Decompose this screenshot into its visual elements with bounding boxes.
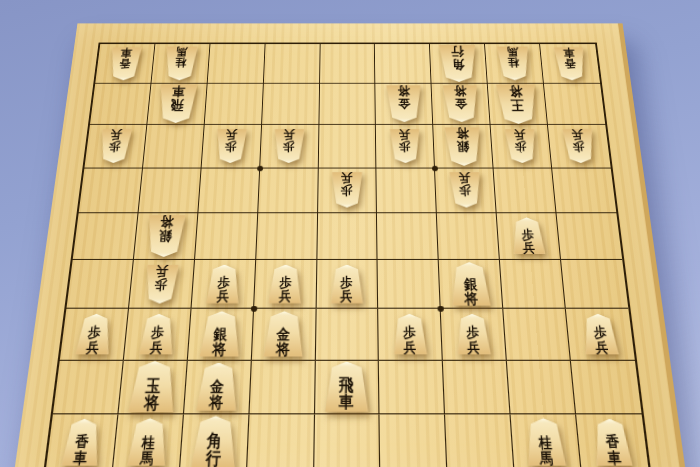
piece-kanji: 歩 (151, 326, 165, 340)
shogi-piece-lance-sente[interactable]: 香車 (60, 419, 104, 466)
square-2g[interactable] (504, 309, 571, 360)
square-6a[interactable] (263, 44, 320, 84)
piece-kanji: 桂 (538, 435, 553, 450)
shogi-piece-pawn-sente[interactable]: 歩兵 (267, 265, 303, 304)
square-4c[interactable]: 歩兵 (376, 125, 435, 168)
piece-kanji: 歩 (593, 326, 607, 340)
square-6g[interactable]: 金将 (251, 309, 316, 360)
piece-kanji: 王 (510, 97, 524, 110)
shogi-piece-pawn-sente[interactable]: 歩兵 (510, 218, 547, 255)
square-7f[interactable]: 歩兵 (191, 260, 256, 309)
piece-kanji: 兵 (216, 290, 229, 304)
piece-face: 歩兵 (454, 314, 492, 354)
shogi-piece-pawn-sente[interactable]: 歩兵 (205, 265, 242, 304)
shogi-piece-pawn-gote[interactable]: 歩兵 (214, 129, 249, 163)
square-1c[interactable]: 歩兵 (548, 125, 611, 168)
piece-kanji: 角 (452, 57, 465, 70)
square-5i[interactable] (314, 414, 381, 467)
piece-face: 歩兵 (448, 172, 483, 207)
square-6c[interactable]: 歩兵 (260, 125, 319, 168)
piece-kanji: 兵 (284, 129, 296, 141)
piece-kanji: 車 (171, 85, 185, 98)
piece-kanji: 歩 (225, 141, 237, 153)
square-2c[interactable]: 歩兵 (491, 125, 552, 168)
piece-kanji: 将 (509, 84, 523, 97)
piece-kanji: 香 (119, 58, 131, 69)
piece-kanji: 将 (464, 291, 478, 306)
square-6h[interactable] (249, 360, 315, 414)
piece-kanji: 兵 (156, 265, 169, 278)
square-4a[interactable] (375, 44, 432, 84)
square-7c[interactable]: 歩兵 (201, 125, 261, 168)
shogi-piece-silver-gote[interactable]: 銀将 (144, 215, 188, 257)
square-4g[interactable]: 歩兵 (379, 309, 444, 360)
square-5f[interactable]: 歩兵 (316, 260, 378, 309)
square-5c[interactable] (318, 125, 376, 168)
piece-face: 歩兵 (392, 314, 429, 354)
shogi-piece-pawn-gote[interactable]: 歩兵 (503, 129, 539, 163)
square-8e[interactable]: 銀将 (134, 213, 198, 260)
square-8c[interactable] (143, 125, 205, 168)
shogi-board-photo: 香車桂馬角行桂馬香車飛車金将金将王将歩兵歩兵歩兵歩兵銀将歩兵歩兵歩兵歩兵銀将歩兵… (8, 23, 692, 467)
piece-kanji: 兵 (404, 340, 417, 354)
piece-face: 歩兵 (330, 172, 364, 207)
square-7b[interactable] (204, 84, 263, 125)
square-4e[interactable] (377, 213, 439, 260)
piece-face: 銀将 (144, 215, 188, 257)
shogi-piece-silver-sente[interactable]: 銀将 (198, 311, 243, 357)
shogi-piece-gold-sente[interactable]: 金将 (262, 311, 306, 357)
piece-face: 歩兵 (510, 218, 547, 255)
square-9i[interactable]: 香車 (46, 414, 119, 467)
piece-face: 歩兵 (97, 129, 134, 163)
piece-kanji: 歩 (87, 326, 101, 340)
piece-kanji: 香 (564, 58, 576, 69)
piece-kanji: 車 (606, 450, 621, 466)
shogi-piece-pawn-sente[interactable]: 歩兵 (74, 314, 114, 354)
square-3e[interactable] (437, 213, 500, 260)
shogi-piece-king-sente[interactable]: 玉将 (126, 361, 179, 412)
piece-face: 飛車 (323, 362, 370, 412)
square-9d[interactable] (79, 168, 143, 213)
piece-kanji: 兵 (110, 129, 123, 141)
square-4b[interactable]: 金将 (376, 84, 434, 125)
square-5d[interactable]: 歩兵 (318, 168, 378, 213)
square-3b[interactable]: 金将 (432, 84, 491, 125)
piece-face: 銀将 (449, 262, 493, 306)
square-7d[interactable] (198, 168, 260, 213)
shogi-piece-gold-sente[interactable]: 金将 (194, 363, 240, 411)
piece-face: 金将 (194, 363, 240, 411)
piece-kanji: 将 (209, 394, 224, 410)
piece-kanji: 将 (276, 342, 290, 357)
piece-kanji: 兵 (149, 340, 163, 354)
piece-kanji: 兵 (226, 129, 238, 141)
square-2e[interactable]: 歩兵 (497, 213, 561, 260)
hoshi-dot (432, 165, 438, 170)
piece-face: 金将 (262, 311, 306, 357)
square-5g[interactable] (315, 309, 379, 360)
piece-face: 香車 (60, 419, 104, 466)
square-5b[interactable] (319, 84, 376, 125)
piece-kanji: 歩 (341, 185, 353, 197)
shogi-piece-pawn-sente[interactable]: 歩兵 (329, 265, 364, 304)
square-3f[interactable]: 銀将 (439, 260, 503, 309)
piece-kanji: 銀 (463, 277, 477, 291)
square-1a[interactable]: 香車 (540, 44, 600, 84)
piece-kanji: 銀 (213, 326, 227, 341)
piece-face: 歩兵 (205, 265, 242, 304)
piece-kanji: 歩 (341, 276, 353, 289)
square-8d[interactable] (138, 168, 201, 213)
piece-face: 歩兵 (214, 129, 249, 163)
square-4h[interactable] (379, 360, 445, 414)
piece-kanji: 兵 (467, 340, 480, 354)
shogi-piece-knight-sente[interactable]: 桂馬 (523, 418, 568, 466)
piece-face: 金将 (441, 86, 481, 123)
square-2f[interactable] (500, 260, 566, 309)
piece-kanji: 車 (120, 47, 132, 58)
piece-face: 歩兵 (138, 314, 177, 354)
hoshi-dot (438, 306, 445, 312)
piece-kanji: 将 (143, 395, 159, 412)
piece-kanji: 香 (605, 434, 620, 449)
square-4i[interactable] (380, 414, 448, 467)
piece-face: 歩兵 (142, 265, 180, 304)
piece-kanji: 歩 (403, 326, 416, 340)
piece-kanji: 兵 (341, 290, 353, 304)
shogi-piece-pawn-sente[interactable]: 歩兵 (580, 314, 620, 354)
square-3d[interactable]: 歩兵 (435, 168, 497, 213)
shogi-piece-rook-sente[interactable]: 飛車 (323, 362, 370, 412)
shogi-piece-pawn-sente[interactable]: 歩兵 (392, 314, 429, 354)
shogi-piece-silver-gote[interactable]: 銀将 (443, 127, 484, 165)
shogi-piece-bishop-sente[interactable]: 角行 (189, 416, 240, 467)
square-7i[interactable]: 角行 (180, 414, 249, 467)
piece-face: 桂馬 (495, 47, 532, 81)
square-8g[interactable]: 歩兵 (124, 309, 192, 360)
shogi-piece-lance-gote[interactable]: 香車 (552, 47, 588, 80)
shogi-piece-pawn-gote[interactable]: 歩兵 (561, 129, 598, 163)
piece-face: 銀将 (198, 311, 243, 357)
piece-kanji: 車 (73, 450, 88, 466)
piece-face: 香車 (590, 419, 634, 466)
piece-face: 飛車 (155, 85, 199, 124)
shogi-piece-pawn-sente[interactable]: 歩兵 (138, 314, 177, 354)
square-6f[interactable]: 歩兵 (254, 260, 317, 309)
piece-face: 歩兵 (580, 314, 620, 354)
piece-kanji: 桂 (141, 435, 156, 450)
square-9b[interactable] (90, 84, 151, 125)
piece-face: 歩兵 (74, 314, 114, 354)
piece-kanji: 歩 (399, 141, 411, 153)
piece-kanji: 金 (454, 98, 467, 110)
piece-kanji: 歩 (514, 141, 527, 153)
square-4d[interactable] (377, 168, 437, 213)
piece-kanji: 歩 (459, 185, 471, 197)
square-1h[interactable] (571, 360, 642, 414)
piece-face: 香車 (107, 47, 143, 80)
square-5e[interactable] (317, 213, 378, 260)
piece-kanji: 将 (456, 127, 469, 140)
square-1d[interactable] (552, 168, 616, 213)
piece-kanji: 桂 (175, 57, 187, 68)
shogi-piece-pawn-gote[interactable]: 歩兵 (97, 129, 134, 163)
piece-face: 玉将 (126, 361, 179, 412)
piece-face: 歩兵 (272, 129, 306, 163)
piece-kanji: 金 (210, 379, 225, 395)
square-7g[interactable]: 銀将 (188, 309, 254, 360)
shogi-piece-gold-gote[interactable]: 金将 (441, 86, 481, 123)
piece-kanji: 兵 (594, 340, 608, 354)
square-8h[interactable]: 玉将 (118, 360, 187, 414)
square-1i[interactable]: 香車 (576, 414, 648, 467)
shogi-piece-pawn-gote[interactable]: 歩兵 (142, 265, 180, 304)
piece-kanji: 香 (74, 434, 89, 449)
piece-face: 王将 (494, 84, 540, 123)
square-3g[interactable]: 歩兵 (441, 309, 507, 360)
piece-kanji: 馬 (539, 450, 554, 466)
piece-face: 金将 (385, 86, 424, 123)
square-7e[interactable] (195, 213, 258, 260)
piece-face: 銀将 (443, 127, 484, 165)
piece-kanji: 桂 (508, 57, 520, 68)
shogi-board: 香車桂馬角行桂馬香車飛車金将金将王将歩兵歩兵歩兵歩兵銀将歩兵歩兵歩兵歩兵銀将歩兵… (8, 23, 692, 467)
piece-kanji: 歩 (155, 278, 168, 291)
piece-face: 歩兵 (561, 129, 598, 163)
square-1b[interactable] (544, 84, 605, 125)
square-9g[interactable]: 歩兵 (60, 309, 129, 360)
square-6b[interactable] (262, 84, 320, 125)
square-1e[interactable] (557, 213, 623, 260)
square-9c[interactable]: 歩兵 (84, 125, 147, 168)
square-9a[interactable]: 香車 (95, 44, 155, 84)
square-9f[interactable] (66, 260, 133, 309)
piece-kanji: 行 (205, 450, 221, 467)
piece-face: 角行 (438, 45, 480, 82)
square-1f[interactable] (561, 260, 628, 309)
shogi-piece-lance-sente[interactable]: 香車 (590, 419, 634, 466)
piece-face: 歩兵 (329, 265, 364, 304)
piece-kanji: 将 (160, 215, 174, 229)
piece-kanji: 兵 (341, 172, 353, 184)
square-6i[interactable] (247, 414, 315, 467)
piece-kanji: 歩 (217, 276, 230, 289)
piece-kanji: 金 (398, 98, 411, 110)
shogi-piece-silver-sente[interactable]: 銀将 (449, 262, 493, 306)
square-9e[interactable] (73, 213, 139, 260)
piece-face: 歩兵 (388, 129, 422, 163)
piece-kanji: 兵 (278, 290, 291, 304)
piece-kanji: 銀 (159, 229, 173, 243)
piece-kanji: 飛 (170, 98, 184, 111)
shogi-piece-knight-gote[interactable]: 桂馬 (162, 47, 199, 81)
shogi-piece-king-gote[interactable]: 王将 (494, 84, 540, 123)
piece-face: 桂馬 (162, 47, 199, 81)
square-7h[interactable]: 金将 (184, 360, 252, 414)
square-5a[interactable] (320, 44, 376, 84)
square-2a[interactable]: 桂馬 (485, 44, 544, 84)
square-1g[interactable]: 歩兵 (566, 309, 635, 360)
square-4f[interactable] (378, 260, 441, 309)
shogi-piece-pawn-sente[interactable]: 歩兵 (454, 314, 492, 354)
square-9h[interactable] (53, 360, 124, 414)
square-8a[interactable]: 桂馬 (151, 44, 210, 84)
piece-kanji: 歩 (573, 141, 586, 153)
shogi-piece-pawn-gote[interactable]: 歩兵 (272, 129, 306, 163)
piece-kanji: 馬 (139, 450, 154, 466)
shogi-piece-lance-gote[interactable]: 香車 (107, 47, 143, 80)
piece-kanji: 車 (562, 47, 574, 58)
piece-face: 桂馬 (125, 418, 170, 466)
piece-kanji: 歩 (283, 141, 295, 153)
piece-kanji: 銀 (456, 140, 469, 153)
square-8b[interactable]: 飛車 (147, 84, 207, 125)
board-grid: 香車桂馬角行桂馬香車飛車金将金将王将歩兵歩兵歩兵歩兵銀将歩兵歩兵歩兵歩兵銀将歩兵… (43, 43, 651, 467)
shogi-piece-rook-gote[interactable]: 飛車 (155, 85, 199, 124)
piece-kanji: 行 (451, 45, 464, 57)
square-3i[interactable] (445, 414, 514, 467)
shogi-piece-gold-gote[interactable]: 金将 (385, 86, 424, 123)
piece-face: 桂馬 (523, 418, 568, 466)
piece-kanji: 兵 (458, 172, 470, 184)
piece-face: 角行 (189, 416, 240, 467)
square-8f[interactable]: 歩兵 (129, 260, 195, 309)
square-3c[interactable]: 銀将 (434, 125, 494, 168)
piece-kanji: 歩 (279, 276, 292, 289)
square-2d[interactable] (494, 168, 557, 213)
shogi-piece-knight-gote[interactable]: 桂馬 (495, 47, 532, 81)
piece-kanji: 馬 (507, 47, 519, 58)
piece-face: 歩兵 (267, 265, 303, 304)
square-2i[interactable]: 桂馬 (511, 414, 582, 467)
square-2b[interactable]: 王将 (488, 84, 548, 125)
shogi-piece-pawn-gote[interactable]: 歩兵 (388, 129, 422, 163)
piece-kanji: 兵 (523, 241, 536, 254)
square-5h[interactable]: 飛車 (315, 360, 380, 414)
piece-kanji: 車 (339, 394, 354, 411)
piece-kanji: 兵 (86, 340, 100, 354)
square-7a[interactable] (207, 44, 265, 84)
square-3a[interactable]: 角行 (430, 44, 488, 84)
shogi-piece-pawn-gote[interactable]: 歩兵 (330, 172, 364, 207)
piece-kanji: 馬 (176, 47, 188, 58)
shogi-piece-pawn-gote[interactable]: 歩兵 (448, 172, 483, 207)
piece-kanji: 歩 (109, 141, 122, 153)
piece-kanji: 兵 (571, 129, 584, 141)
piece-kanji: 兵 (399, 129, 411, 141)
piece-kanji: 将 (453, 86, 466, 98)
square-6e[interactable] (256, 213, 318, 260)
square-8i[interactable]: 桂馬 (113, 414, 184, 467)
piece-kanji: 将 (397, 86, 409, 98)
piece-kanji: 将 (212, 342, 227, 357)
square-6d[interactable] (258, 168, 318, 213)
piece-kanji: 金 (277, 326, 291, 341)
square-3h[interactable] (443, 360, 511, 414)
piece-face: 歩兵 (503, 129, 539, 163)
piece-kanji: 兵 (514, 129, 526, 141)
shogi-piece-knight-sente[interactable]: 桂馬 (125, 418, 170, 466)
piece-kanji: 歩 (466, 326, 479, 340)
piece-face: 香車 (552, 47, 588, 80)
square-2h[interactable] (507, 360, 576, 414)
shogi-piece-bishop-gote[interactable]: 角行 (438, 45, 480, 82)
